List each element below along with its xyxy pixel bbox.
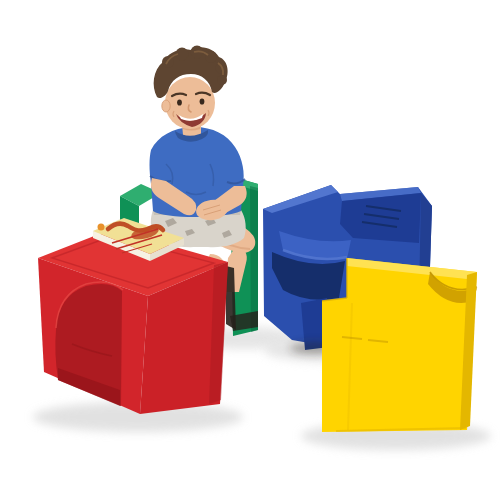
product-photo	[0, 0, 500, 500]
green-side-panel-shade	[250, 186, 258, 332]
blue-inner-back-wall	[340, 193, 421, 243]
scene-canvas	[0, 0, 500, 500]
child-right-eye	[200, 98, 205, 104]
red-cube-table	[38, 218, 228, 414]
child-ear	[162, 100, 170, 112]
book-cover-sun	[98, 224, 105, 231]
child-left-eye	[177, 99, 182, 105]
